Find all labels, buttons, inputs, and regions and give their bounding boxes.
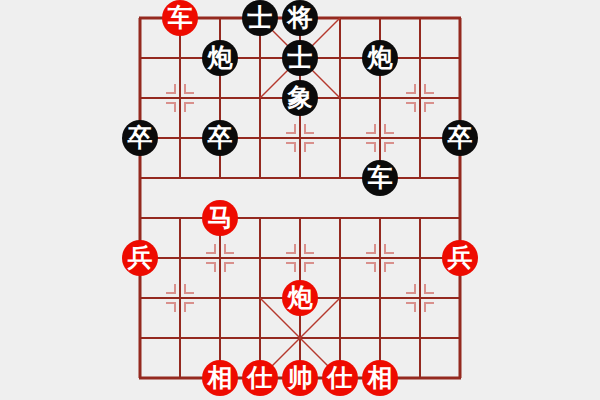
board-point: 兵: [120, 238, 160, 278]
board-point: 象: [280, 78, 320, 118]
board-point: 士: [280, 38, 320, 78]
red-chariot[interactable]: 车: [162, 0, 198, 36]
board-point: 炮: [360, 38, 400, 78]
red-king[interactable]: 帅: [282, 360, 318, 396]
board-point: 仕: [240, 358, 280, 398]
red-horse[interactable]: 马: [202, 200, 238, 236]
black-chariot[interactable]: 车: [362, 160, 398, 196]
black-elephant[interactable]: 象: [282, 80, 318, 116]
red-elephant[interactable]: 相: [362, 360, 398, 396]
black-soldier[interactable]: 卒: [202, 120, 238, 156]
black-soldier[interactable]: 卒: [122, 120, 158, 156]
board-point: 将: [280, 0, 320, 38]
board-point: 仕: [320, 358, 360, 398]
red-advisor[interactable]: 仕: [242, 360, 278, 396]
black-cannon[interactable]: 炮: [202, 40, 238, 76]
pieces-layer: 车马炮兵兵相仕帅仕相将士士象炮炮车卒卒卒: [120, 0, 480, 398]
board-point: 炮: [200, 38, 240, 78]
board-point: 相: [200, 358, 240, 398]
red-cannon[interactable]: 炮: [282, 280, 318, 316]
board-point: 卒: [440, 118, 480, 158]
black-advisor[interactable]: 士: [242, 0, 278, 36]
black-soldier[interactable]: 卒: [442, 120, 478, 156]
board-point: 相: [360, 358, 400, 398]
board-point: 车: [360, 158, 400, 198]
red-pawn[interactable]: 兵: [122, 240, 158, 276]
black-advisor[interactable]: 士: [282, 40, 318, 76]
board-point: 卒: [120, 118, 160, 158]
board-point: 卒: [200, 118, 240, 158]
red-advisor[interactable]: 仕: [322, 360, 358, 396]
board-point: 马: [200, 198, 240, 238]
board-point: 炮: [280, 278, 320, 318]
board-point: 帅: [280, 358, 320, 398]
board-point: 车: [160, 0, 200, 38]
xiangqi-board: 车马炮兵兵相仕帅仕相将士士象炮炮车卒卒卒: [0, 0, 600, 400]
black-general[interactable]: 将: [282, 0, 318, 36]
board-point: 士: [240, 0, 280, 38]
board-point: 兵: [440, 238, 480, 278]
black-cannon[interactable]: 炮: [362, 40, 398, 76]
red-pawn[interactable]: 兵: [442, 240, 478, 276]
red-elephant[interactable]: 相: [202, 360, 238, 396]
